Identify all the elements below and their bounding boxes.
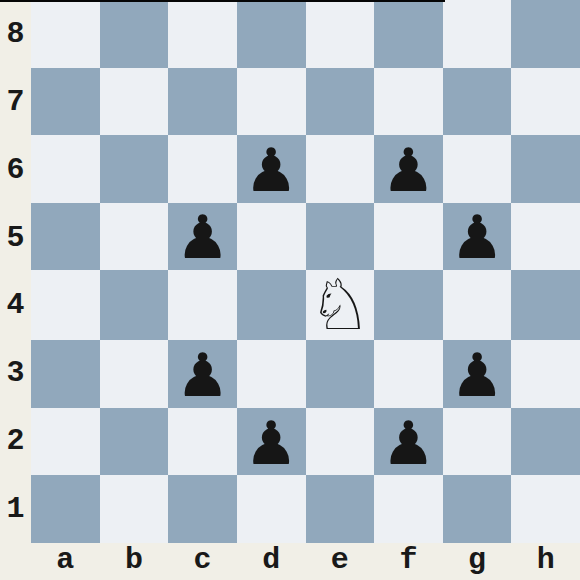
square-c6[interactable] [168,135,237,203]
square-h7[interactable] [511,68,580,136]
white-knight[interactable]: ♘ [308,270,371,340]
square-b4[interactable] [100,270,169,340]
square-h1[interactable] [511,475,580,543]
gutter-corner [0,543,31,580]
square-d7[interactable] [237,68,306,136]
black-pawn[interactable]: ♟ [382,413,436,473]
square-e1[interactable] [306,475,375,543]
file-labels: abcdefgh [31,543,580,580]
square-e6[interactable] [306,135,375,203]
file-label-c: c [168,543,237,580]
square-a3[interactable] [31,340,100,408]
square-h8[interactable] [511,0,580,68]
square-c4[interactable] [168,270,237,340]
square-b8[interactable] [100,0,169,68]
square-b5[interactable] [100,203,169,271]
square-c5[interactable]: ♟ [168,203,237,271]
square-a2[interactable] [31,408,100,476]
square-e5[interactable] [306,203,375,271]
file-label-d: d [237,543,306,580]
black-pawn[interactable]: ♟ [244,140,298,200]
square-d6[interactable]: ♟ [237,135,306,203]
square-d1[interactable] [237,475,306,543]
black-pawn[interactable]: ♟ [244,413,298,473]
rank-label-3: 3 [0,339,31,407]
square-h2[interactable] [511,408,580,476]
rank-label-4: 4 [0,272,31,340]
square-a8[interactable] [31,0,100,68]
black-pawn[interactable]: ♟ [450,207,504,267]
square-f6[interactable]: ♟ [374,135,443,203]
square-f1[interactable] [374,475,443,543]
square-g6[interactable] [443,135,512,203]
square-g8[interactable] [443,0,512,68]
square-e2[interactable] [306,408,375,476]
square-a6[interactable] [31,135,100,203]
square-b7[interactable] [100,68,169,136]
square-a5[interactable] [31,203,100,271]
square-g5[interactable]: ♟ [443,203,512,271]
square-g1[interactable] [443,475,512,543]
rank-label-7: 7 [0,68,31,136]
black-pawn[interactable]: ♟ [176,345,230,405]
square-a7[interactable] [31,68,100,136]
square-g7[interactable] [443,68,512,136]
square-g3[interactable]: ♟ [443,340,512,408]
square-e7[interactable] [306,68,375,136]
square-h3[interactable] [511,340,580,408]
square-f7[interactable] [374,68,443,136]
square-h5[interactable] [511,203,580,271]
square-f3[interactable] [374,340,443,408]
square-a1[interactable] [31,475,100,543]
black-pawn[interactable]: ♟ [176,207,230,267]
square-c3[interactable]: ♟ [168,340,237,408]
square-c1[interactable] [168,475,237,543]
square-h4[interactable] [511,270,580,340]
square-e8[interactable] [306,0,375,68]
chess-board: ♟♟♟♟♘♟♟♟♟ [31,0,580,543]
rank-labels: 87654321 [0,0,31,543]
square-b3[interactable] [100,340,169,408]
file-label-b: b [100,543,169,580]
square-g2[interactable] [443,408,512,476]
file-label-g: g [443,543,512,580]
square-d4[interactable] [237,270,306,340]
square-f2[interactable]: ♟ [374,408,443,476]
square-d5[interactable] [237,203,306,271]
rank-label-1: 1 [0,475,31,543]
square-f4[interactable] [374,270,443,340]
file-label-a: a [31,543,100,580]
rank-label-2: 2 [0,407,31,475]
rank-label-5: 5 [0,204,31,272]
square-c7[interactable] [168,68,237,136]
square-f5[interactable] [374,203,443,271]
black-pawn[interactable]: ♟ [450,345,504,405]
square-b2[interactable] [100,408,169,476]
square-b1[interactable] [100,475,169,543]
square-c8[interactable] [168,0,237,68]
file-label-h: h [511,543,580,580]
square-d2[interactable]: ♟ [237,408,306,476]
rank-label-6: 6 [0,136,31,204]
file-label-f: f [374,543,443,580]
square-e3[interactable] [306,340,375,408]
square-d3[interactable] [237,340,306,408]
square-e4[interactable]: ♘ [306,270,375,340]
black-pawn[interactable]: ♟ [382,140,436,200]
board-layout: 87654321 ♟♟♟♟♘♟♟♟♟ abcdefgh [0,0,580,580]
square-g4[interactable] [443,270,512,340]
square-b6[interactable] [100,135,169,203]
file-label-e: e [306,543,375,580]
rank-label-8: 8 [0,0,31,68]
square-c2[interactable] [168,408,237,476]
square-h6[interactable] [511,135,580,203]
chess-diagram: 87654321 ♟♟♟♟♘♟♟♟♟ abcdefgh [0,0,580,580]
board-top-border [0,0,445,2]
square-a4[interactable] [31,270,100,340]
square-d8[interactable] [237,0,306,68]
square-f8[interactable] [374,0,443,68]
